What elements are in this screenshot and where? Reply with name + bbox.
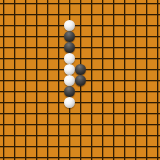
intersection-c10-r2[interactable] xyxy=(108,20,119,31)
intersection-c14-r7[interactable] xyxy=(152,75,160,86)
intersection-c4-r14[interactable] xyxy=(42,152,53,160)
intersection-c14-r11[interactable] xyxy=(152,119,160,130)
intersection-c2-r1[interactable] xyxy=(20,9,31,20)
intersection-c4-r2[interactable] xyxy=(42,20,53,31)
intersection-c0-r0[interactable] xyxy=(0,0,9,9)
intersection-c4-r5[interactable] xyxy=(42,53,53,64)
intersection-c0-r5[interactable] xyxy=(0,53,9,64)
intersection-c6-r1[interactable] xyxy=(64,9,75,20)
intersection-c0-r12[interactable] xyxy=(0,130,9,141)
intersection-c13-r9[interactable] xyxy=(141,97,152,108)
black-stone[interactable]: ● xyxy=(75,64,86,75)
intersection-c8-r2[interactable] xyxy=(86,20,97,31)
intersection-c0-r1[interactable] xyxy=(0,9,9,20)
intersection-c1-r6[interactable] xyxy=(9,64,20,75)
intersection-c14-r6[interactable] xyxy=(152,64,160,75)
intersection-c5-r8[interactable] xyxy=(53,86,64,97)
intersection-c9-r14[interactable] xyxy=(97,152,108,160)
intersection-c3-r0[interactable] xyxy=(31,0,42,9)
intersection-c11-r10[interactable] xyxy=(119,108,130,119)
intersection-c8-r14[interactable] xyxy=(86,152,97,160)
intersection-c14-r5[interactable] xyxy=(152,53,160,64)
intersection-c11-r5[interactable] xyxy=(119,53,130,64)
intersection-c5-r13[interactable] xyxy=(53,141,64,152)
intersection-c11-r2[interactable] xyxy=(119,20,130,31)
intersection-c10-r11[interactable] xyxy=(108,119,119,130)
intersection-c10-r3[interactable] xyxy=(108,31,119,42)
intersection-c4-r3[interactable] xyxy=(42,31,53,42)
intersection-c8-r12[interactable] xyxy=(86,130,97,141)
intersection-c14-r0[interactable] xyxy=(152,0,160,9)
intersection-c12-r3[interactable] xyxy=(130,31,141,42)
intersection-c11-r13[interactable] xyxy=(119,141,130,152)
intersection-c6-r14[interactable] xyxy=(64,152,75,160)
intersection-c9-r0[interactable] xyxy=(97,0,108,9)
intersection-c6-r11[interactable] xyxy=(64,119,75,130)
intersection-c7-r6[interactable]: ● xyxy=(75,64,86,75)
intersection-c0-r14[interactable] xyxy=(0,152,9,160)
intersection-c1-r10[interactable] xyxy=(9,108,20,119)
intersection-c13-r1[interactable] xyxy=(141,9,152,20)
intersection-c5-r11[interactable] xyxy=(53,119,64,130)
intersection-c13-r14[interactable] xyxy=(141,152,152,160)
intersection-c4-r10[interactable] xyxy=(42,108,53,119)
intersection-c12-r11[interactable] xyxy=(130,119,141,130)
intersection-c14-r9[interactable] xyxy=(152,97,160,108)
white-stone[interactable]: ○ xyxy=(64,75,75,86)
intersection-c1-r2[interactable] xyxy=(9,20,20,31)
intersection-c6-r7[interactable]: ○ xyxy=(64,75,75,86)
intersection-c8-r6[interactable] xyxy=(86,64,97,75)
black-stone[interactable]: ● xyxy=(64,42,75,53)
intersection-c7-r7[interactable]: ● xyxy=(75,75,86,86)
intersection-c13-r8[interactable] xyxy=(141,86,152,97)
intersection-c0-r7[interactable] xyxy=(0,75,9,86)
intersection-c4-r6[interactable] xyxy=(42,64,53,75)
intersection-c6-r4[interactable]: ● xyxy=(64,42,75,53)
intersection-c9-r10[interactable] xyxy=(97,108,108,119)
intersection-c1-r9[interactable] xyxy=(9,97,20,108)
intersection-c9-r13[interactable] xyxy=(97,141,108,152)
intersection-c4-r12[interactable] xyxy=(42,130,53,141)
intersection-c1-r11[interactable] xyxy=(9,119,20,130)
intersection-c13-r13[interactable] xyxy=(141,141,152,152)
intersection-c7-r8[interactable] xyxy=(75,86,86,97)
intersection-c5-r3[interactable] xyxy=(53,31,64,42)
intersection-c7-r3[interactable] xyxy=(75,31,86,42)
intersection-c1-r14[interactable] xyxy=(9,152,20,160)
intersection-c14-r12[interactable] xyxy=(152,130,160,141)
intersection-c9-r4[interactable] xyxy=(97,42,108,53)
intersection-c12-r14[interactable] xyxy=(130,152,141,160)
intersection-c0-r4[interactable] xyxy=(0,42,9,53)
intersection-c12-r10[interactable] xyxy=(130,108,141,119)
intersection-c0-r2[interactable] xyxy=(0,20,9,31)
intersection-c10-r5[interactable] xyxy=(108,53,119,64)
go-board: ○●●○○●○●●○ xyxy=(0,0,160,160)
black-stone[interactable]: ● xyxy=(64,31,75,42)
intersection-c14-r3[interactable] xyxy=(152,31,160,42)
intersection-c3-r7[interactable] xyxy=(31,75,42,86)
intersection-c9-r6[interactable] xyxy=(97,64,108,75)
intersection-c3-r1[interactable] xyxy=(31,9,42,20)
intersection-c5-r14[interactable] xyxy=(53,152,64,160)
intersection-c11-r12[interactable] xyxy=(119,130,130,141)
intersection-c7-r10[interactable] xyxy=(75,108,86,119)
intersection-c10-r0[interactable] xyxy=(108,0,119,9)
intersection-c13-r12[interactable] xyxy=(141,130,152,141)
intersection-c6-r8[interactable]: ● xyxy=(64,86,75,97)
intersection-c11-r0[interactable] xyxy=(119,0,130,9)
intersection-c1-r13[interactable] xyxy=(9,141,20,152)
intersection-c4-r1[interactable] xyxy=(42,9,53,20)
intersection-c7-r0[interactable] xyxy=(75,0,86,9)
intersection-c4-r7[interactable] xyxy=(42,75,53,86)
intersection-c2-r8[interactable] xyxy=(20,86,31,97)
intersection-c9-r8[interactable] xyxy=(97,86,108,97)
intersection-c11-r6[interactable] xyxy=(119,64,130,75)
intersection-c14-r8[interactable] xyxy=(152,86,160,97)
intersection-c5-r12[interactable] xyxy=(53,130,64,141)
intersection-c0-r11[interactable] xyxy=(0,119,9,130)
intersection-c6-r12[interactable] xyxy=(64,130,75,141)
intersection-c12-r6[interactable] xyxy=(130,64,141,75)
intersection-c7-r5[interactable] xyxy=(75,53,86,64)
intersection-c1-r5[interactable] xyxy=(9,53,20,64)
intersection-c7-r14[interactable] xyxy=(75,152,86,160)
intersection-c14-r4[interactable] xyxy=(152,42,160,53)
intersection-c1-r0[interactable] xyxy=(9,0,20,9)
intersection-c5-r2[interactable] xyxy=(53,20,64,31)
intersection-c3-r11[interactable] xyxy=(31,119,42,130)
intersection-c12-r9[interactable] xyxy=(130,97,141,108)
intersection-c13-r5[interactable] xyxy=(141,53,152,64)
intersection-c1-r8[interactable] xyxy=(9,86,20,97)
intersection-c3-r8[interactable] xyxy=(31,86,42,97)
board-grid: ○●●○○●○●●○ xyxy=(0,0,160,160)
intersection-c2-r7[interactable] xyxy=(20,75,31,86)
intersection-c2-r11[interactable] xyxy=(20,119,31,130)
intersection-c12-r7[interactable] xyxy=(130,75,141,86)
intersection-c6-r3[interactable]: ● xyxy=(64,31,75,42)
intersection-c14-r13[interactable] xyxy=(152,141,160,152)
white-stone[interactable]: ○ xyxy=(64,20,75,31)
intersection-c7-r9[interactable] xyxy=(75,97,86,108)
intersection-c13-r4[interactable] xyxy=(141,42,152,53)
intersection-c12-r5[interactable] xyxy=(130,53,141,64)
intersection-c11-r1[interactable] xyxy=(119,9,130,20)
intersection-c14-r14[interactable] xyxy=(152,152,160,160)
intersection-c8-r0[interactable] xyxy=(86,0,97,9)
white-stone[interactable]: ○ xyxy=(64,53,75,64)
intersection-c14-r2[interactable] xyxy=(152,20,160,31)
intersection-c14-r1[interactable] xyxy=(152,9,160,20)
intersection-c8-r8[interactable] xyxy=(86,86,97,97)
intersection-c8-r11[interactable] xyxy=(86,119,97,130)
intersection-c3-r4[interactable] xyxy=(31,42,42,53)
intersection-c7-r4[interactable] xyxy=(75,42,86,53)
intersection-c14-r10[interactable] xyxy=(152,108,160,119)
intersection-c1-r4[interactable] xyxy=(9,42,20,53)
intersection-c9-r1[interactable] xyxy=(97,9,108,20)
intersection-c0-r9[interactable] xyxy=(0,97,9,108)
intersection-c5-r6[interactable] xyxy=(53,64,64,75)
intersection-c8-r7[interactable] xyxy=(86,75,97,86)
intersection-c3-r6[interactable] xyxy=(31,64,42,75)
intersection-c10-r1[interactable] xyxy=(108,9,119,20)
intersection-c3-r10[interactable] xyxy=(31,108,42,119)
intersection-c13-r10[interactable] xyxy=(141,108,152,119)
intersection-c5-r5[interactable] xyxy=(53,53,64,64)
intersection-c10-r10[interactable] xyxy=(108,108,119,119)
intersection-c4-r9[interactable] xyxy=(42,97,53,108)
intersection-c2-r4[interactable] xyxy=(20,42,31,53)
intersection-c5-r10[interactable] xyxy=(53,108,64,119)
intersection-c13-r3[interactable] xyxy=(141,31,152,42)
intersection-c2-r9[interactable] xyxy=(20,97,31,108)
intersection-c11-r3[interactable] xyxy=(119,31,130,42)
black-stone[interactable]: ● xyxy=(75,75,86,86)
intersection-c4-r11[interactable] xyxy=(42,119,53,130)
intersection-c10-r14[interactable] xyxy=(108,152,119,160)
intersection-c8-r9[interactable] xyxy=(86,97,97,108)
intersection-c3-r3[interactable] xyxy=(31,31,42,42)
intersection-c3-r5[interactable] xyxy=(31,53,42,64)
intersection-c13-r7[interactable] xyxy=(141,75,152,86)
intersection-c12-r13[interactable] xyxy=(130,141,141,152)
intersection-c6-r6[interactable]: ○ xyxy=(64,64,75,75)
intersection-c11-r8[interactable] xyxy=(119,86,130,97)
intersection-c9-r3[interactable] xyxy=(97,31,108,42)
intersection-c13-r11[interactable] xyxy=(141,119,152,130)
intersection-c1-r1[interactable] xyxy=(9,9,20,20)
intersection-c2-r14[interactable] xyxy=(20,152,31,160)
intersection-c4-r13[interactable] xyxy=(42,141,53,152)
intersection-c2-r10[interactable] xyxy=(20,108,31,119)
intersection-c2-r2[interactable] xyxy=(20,20,31,31)
white-stone[interactable]: ○ xyxy=(64,64,75,75)
intersection-c12-r2[interactable] xyxy=(130,20,141,31)
intersection-c7-r2[interactable] xyxy=(75,20,86,31)
intersection-c8-r3[interactable] xyxy=(86,31,97,42)
intersection-c4-r0[interactable] xyxy=(42,0,53,9)
intersection-c10-r13[interactable] xyxy=(108,141,119,152)
intersection-c8-r1[interactable] xyxy=(86,9,97,20)
intersection-c9-r2[interactable] xyxy=(97,20,108,31)
intersection-c5-r4[interactable] xyxy=(53,42,64,53)
intersection-c2-r0[interactable] xyxy=(20,0,31,9)
intersection-c7-r12[interactable] xyxy=(75,130,86,141)
black-stone[interactable]: ● xyxy=(64,86,75,97)
intersection-c6-r5[interactable]: ○ xyxy=(64,53,75,64)
intersection-c5-r7[interactable] xyxy=(53,75,64,86)
intersection-c13-r6[interactable] xyxy=(141,64,152,75)
intersection-c10-r12[interactable] xyxy=(108,130,119,141)
white-stone[interactable]: ○ xyxy=(64,97,75,108)
intersection-c8-r5[interactable] xyxy=(86,53,97,64)
intersection-c0-r6[interactable] xyxy=(0,64,9,75)
intersection-c12-r12[interactable] xyxy=(130,130,141,141)
intersection-c8-r10[interactable] xyxy=(86,108,97,119)
intersection-c11-r9[interactable] xyxy=(119,97,130,108)
intersection-c1-r3[interactable] xyxy=(9,31,20,42)
intersection-c2-r13[interactable] xyxy=(20,141,31,152)
intersection-c2-r6[interactable] xyxy=(20,64,31,75)
intersection-c4-r8[interactable] xyxy=(42,86,53,97)
intersection-c11-r7[interactable] xyxy=(119,75,130,86)
intersection-c0-r3[interactable] xyxy=(0,31,9,42)
intersection-c10-r9[interactable] xyxy=(108,97,119,108)
intersection-c6-r10[interactable] xyxy=(64,108,75,119)
intersection-c10-r6[interactable] xyxy=(108,64,119,75)
intersection-c7-r1[interactable] xyxy=(75,9,86,20)
intersection-c9-r7[interactable] xyxy=(97,75,108,86)
intersection-c4-r4[interactable] xyxy=(42,42,53,53)
intersection-c8-r13[interactable] xyxy=(86,141,97,152)
intersection-c6-r9[interactable]: ○ xyxy=(64,97,75,108)
intersection-c11-r11[interactable] xyxy=(119,119,130,130)
intersection-c13-r0[interactable] xyxy=(141,0,152,9)
intersection-c9-r12[interactable] xyxy=(97,130,108,141)
intersection-c10-r8[interactable] xyxy=(108,86,119,97)
intersection-c7-r11[interactable] xyxy=(75,119,86,130)
intersection-c2-r3[interactable] xyxy=(20,31,31,42)
intersection-c8-r4[interactable] xyxy=(86,42,97,53)
intersection-c3-r14[interactable] xyxy=(31,152,42,160)
intersection-c0-r10[interactable] xyxy=(0,108,9,119)
intersection-c10-r7[interactable] xyxy=(108,75,119,86)
intersection-c11-r14[interactable] xyxy=(119,152,130,160)
intersection-c0-r13[interactable] xyxy=(0,141,9,152)
intersection-c5-r1[interactable] xyxy=(53,9,64,20)
intersection-c2-r5[interactable] xyxy=(20,53,31,64)
intersection-c12-r0[interactable] xyxy=(130,0,141,9)
intersection-c10-r4[interactable] xyxy=(108,42,119,53)
intersection-c12-r1[interactable] xyxy=(130,9,141,20)
intersection-c3-r12[interactable] xyxy=(31,130,42,141)
intersection-c3-r13[interactable] xyxy=(31,141,42,152)
intersection-c3-r9[interactable] xyxy=(31,97,42,108)
intersection-c9-r9[interactable] xyxy=(97,97,108,108)
intersection-c13-r2[interactable] xyxy=(141,20,152,31)
intersection-c6-r13[interactable] xyxy=(64,141,75,152)
intersection-c1-r7[interactable] xyxy=(9,75,20,86)
intersection-c3-r2[interactable] xyxy=(31,20,42,31)
intersection-c5-r0[interactable] xyxy=(53,0,64,9)
intersection-c6-r0[interactable] xyxy=(64,0,75,9)
intersection-c6-r2[interactable]: ○ xyxy=(64,20,75,31)
intersection-c12-r8[interactable] xyxy=(130,86,141,97)
intersection-c1-r12[interactable] xyxy=(9,130,20,141)
intersection-c7-r13[interactable] xyxy=(75,141,86,152)
intersection-c2-r12[interactable] xyxy=(20,130,31,141)
intersection-c0-r8[interactable] xyxy=(0,86,9,97)
intersection-c5-r9[interactable] xyxy=(53,97,64,108)
intersection-c11-r4[interactable] xyxy=(119,42,130,53)
intersection-c9-r5[interactable] xyxy=(97,53,108,64)
intersection-c9-r11[interactable] xyxy=(97,119,108,130)
intersection-c12-r4[interactable] xyxy=(130,42,141,53)
